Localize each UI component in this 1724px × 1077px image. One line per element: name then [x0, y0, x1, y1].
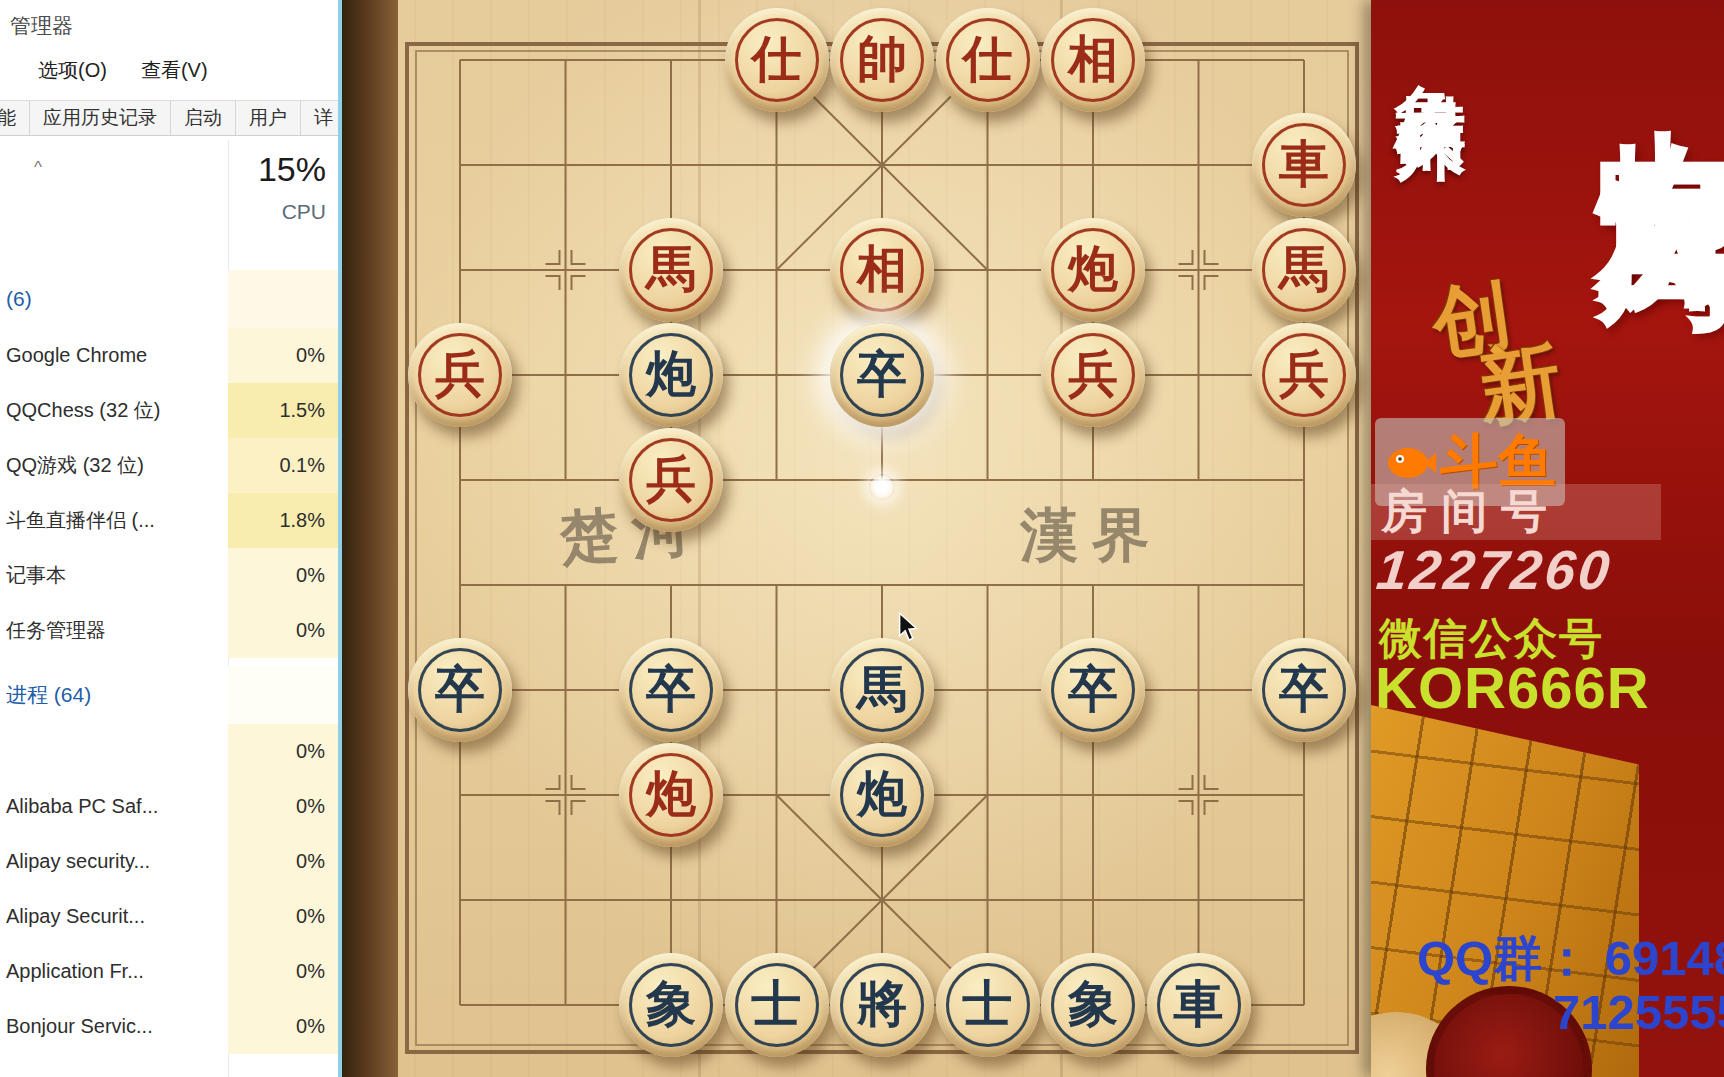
wechat-id: KOR666R	[1375, 654, 1650, 721]
cpu-cell: 0%	[228, 779, 338, 834]
process-row[interactable]: Application Fr...0%	[0, 944, 338, 999]
piece-red-兵[interactable]: 兵	[408, 323, 512, 427]
process-name: Bonjour Servic...	[0, 1015, 228, 1038]
piece-glyph: 象	[646, 979, 696, 1029]
screen: 楚河 漢界 仕帥仕相車馬相炮馬兵炮卒兵兵兵卒卒馬卒卒炮炮象士將士象車 管理器 选…	[0, 0, 1724, 1077]
piece-glyph: 馬	[857, 664, 907, 714]
cpu-cell: 0.1%	[228, 438, 338, 493]
cpu-value: 0%	[296, 960, 325, 983]
piece-glyph: 象	[1068, 979, 1118, 1029]
piece-ring: 炮	[1051, 228, 1135, 312]
piece-ring: 士	[946, 963, 1030, 1047]
piece-glyph: 將	[857, 979, 907, 1029]
piece-glyph: 仕	[752, 34, 802, 84]
sort-indicator-icon[interactable]: ^	[34, 158, 42, 178]
piece-ring: 卒	[840, 333, 924, 417]
tab-详[interactable]: 详	[301, 101, 338, 135]
process-name: QQChess (32 位)	[0, 397, 228, 424]
cpu-value: 1.8%	[279, 509, 325, 532]
menu-item[interactable]: 选项(O)	[38, 57, 107, 84]
piece-red-馬[interactable]: 馬	[1252, 218, 1356, 322]
piece-black-馬[interactable]: 馬	[830, 638, 934, 742]
process-row[interactable]: Alibaba PC Saf...0%	[0, 779, 338, 834]
piece-ring: 仕	[946, 18, 1030, 102]
piece-glyph: 帥	[857, 34, 907, 84]
piece-glyph: 車	[1279, 139, 1329, 189]
cpu-total-percent[interactable]: 15%	[228, 150, 326, 189]
piece-ring: 車	[1262, 123, 1346, 207]
cpu-value: 0.1%	[279, 454, 325, 477]
cpu-cell: 1.8%	[228, 493, 338, 548]
process-name: 记事本	[0, 562, 228, 589]
piece-glyph: 仕	[963, 34, 1013, 84]
piece-glyph: 兵	[435, 349, 485, 399]
ad-banner: 象棋大师 创 新 斗鱼 房间号 1227260 微信公众号 KOR666R 中炮…	[1371, 0, 1724, 1077]
process-row[interactable]: Alipay Securit...0%	[0, 889, 338, 944]
piece-glyph: 士	[963, 979, 1013, 1029]
piece-glyph: 馬	[1279, 244, 1329, 294]
cpu-cell	[228, 666, 338, 724]
piece-black-卒[interactable]: 卒	[408, 638, 512, 742]
process-row[interactable]: QQChess (32 位)1.5%	[0, 383, 338, 438]
cpu-cell: 0%	[228, 328, 338, 383]
tab-strip: 能应用历史记录启动用户详	[0, 100, 338, 136]
piece-glyph: 卒	[646, 664, 696, 714]
process-row[interactable]: Bonjour Servic...0%	[0, 999, 338, 1054]
cpu-cell: 0%	[228, 999, 338, 1054]
piece-ring: 將	[840, 963, 924, 1047]
piece-red-馬[interactable]: 馬	[619, 218, 723, 322]
piece-ring: 士	[735, 963, 819, 1047]
piece-glyph: 士	[752, 979, 802, 1029]
piece-ring: 兵	[418, 333, 502, 417]
process-row[interactable]: 记事本0%	[0, 548, 338, 603]
piece-glyph: 卒	[857, 349, 907, 399]
cpu-cell: 0%	[228, 548, 338, 603]
board-left-rail	[342, 0, 398, 1077]
piece-glyph: 炮	[646, 349, 696, 399]
piece-black-卒[interactable]: 卒	[830, 323, 934, 427]
cpu-cell: 0%	[228, 889, 338, 944]
process-name: (6)	[0, 287, 228, 311]
room-number: 1227260	[1374, 538, 1616, 602]
room-label: 房间号	[1371, 481, 1561, 543]
piece-ring: 卒	[1262, 648, 1346, 732]
piece-black-卒[interactable]: 卒	[1041, 638, 1145, 742]
cpu-value: 0%	[296, 619, 325, 642]
process-name: 斗鱼直播伴侣 (...	[0, 507, 228, 534]
process-name: 任务管理器	[0, 617, 228, 644]
river-label-han-jie: 漢界	[1020, 497, 1164, 575]
menu-item[interactable]: 查看(V)	[141, 57, 208, 84]
piece-glyph: 兵	[646, 454, 696, 504]
process-row[interactable]: 斗鱼直播伴侣 (...1.8%	[0, 493, 338, 548]
banner-opening-title: 中炮对屏风马	[1588, 8, 1724, 104]
piece-black-將[interactable]: 將	[830, 953, 934, 1057]
qq-group-line2: 7125555	[1553, 984, 1724, 1040]
piece-red-仕[interactable]: 仕	[936, 8, 1040, 112]
process-name: Google Chrome	[0, 344, 228, 367]
piece-black-士[interactable]: 士	[936, 953, 1040, 1057]
piece-ring: 車	[1157, 963, 1241, 1047]
piece-black-車[interactable]: 車	[1147, 953, 1251, 1057]
piece-ring: 帥	[840, 18, 924, 102]
piece-ring: 炮	[629, 753, 713, 837]
piece-glyph: 炮	[1068, 244, 1118, 294]
process-row[interactable]: Google Chrome0%	[0, 328, 338, 383]
process-name: Alipay Securit...	[0, 905, 228, 928]
cpu-value: 0%	[296, 344, 325, 367]
cpu-value: 0%	[296, 564, 325, 587]
piece-red-仕[interactable]: 仕	[725, 8, 829, 112]
piece-red-炮[interactable]: 炮	[619, 743, 723, 847]
cpu-value: 0%	[296, 905, 325, 928]
cpu-cell: 0%	[228, 944, 338, 999]
piece-black-炮[interactable]: 炮	[619, 323, 723, 427]
piece-red-帥[interactable]: 帥	[830, 8, 934, 112]
piece-ring: 象	[1051, 963, 1135, 1047]
process-name: 进程 (64)	[0, 681, 228, 709]
piece-black-卒[interactable]: 卒	[619, 638, 723, 742]
tab-能[interactable]: 能	[0, 101, 30, 135]
piece-glyph: 相	[857, 244, 907, 294]
process-group-header[interactable]: (6)	[0, 270, 338, 328]
cpu-cell	[228, 270, 338, 328]
process-group-header[interactable]: 进程 (64)	[0, 666, 338, 724]
piece-ring: 馬	[840, 648, 924, 732]
piece-red-相[interactable]: 相	[830, 218, 934, 322]
piece-ring: 相	[1051, 18, 1135, 102]
piece-red-相[interactable]: 相	[1041, 8, 1145, 112]
piece-black-炮[interactable]: 炮	[830, 743, 934, 847]
piece-ring: 象	[629, 963, 713, 1047]
piece-glyph: 馬	[646, 244, 696, 294]
piece-glyph: 兵	[1068, 349, 1118, 399]
board-grid	[338, 0, 1371, 1077]
piece-ring: 兵	[1051, 333, 1135, 417]
piece-glyph: 卒	[435, 664, 485, 714]
piece-ring: 仕	[735, 18, 819, 102]
piece-ring: 炮	[840, 753, 924, 837]
piece-ring: 卒	[1051, 648, 1135, 732]
menubar: 选项(O)查看(V)	[0, 52, 338, 88]
mouse-cursor	[896, 612, 922, 642]
piece-glyph: 兵	[1279, 349, 1329, 399]
piece-glyph: 卒	[1279, 664, 1329, 714]
cpu-cell: 0%	[228, 603, 338, 658]
process-name: Alipay security...	[0, 850, 228, 873]
banner-vertical-title: 象棋大师	[1383, 26, 1479, 66]
process-row[interactable]: 任务管理器0%	[0, 603, 338, 658]
piece-red-車[interactable]: 車	[1252, 113, 1356, 217]
piece-red-兵[interactable]: 兵	[619, 428, 723, 532]
task-manager-window: 管理器 选项(O)查看(V) 能应用历史记录启动用户详 ^ 15% CPU (6…	[0, 0, 338, 1077]
process-name: Application Fr...	[0, 960, 228, 983]
piece-black-象[interactable]: 象	[619, 953, 723, 1057]
piece-ring: 卒	[418, 648, 502, 732]
piece-ring: 卒	[629, 648, 713, 732]
process-name: Alibaba PC Saf...	[0, 795, 228, 818]
piece-ring: 兵	[629, 438, 713, 522]
tab-应用历史记录[interactable]: 应用历史记录	[30, 101, 171, 135]
piece-glyph: 相	[1068, 34, 1118, 84]
room-number-band: 房间号	[1371, 484, 1661, 540]
piece-ring: 馬	[629, 228, 713, 312]
process-list: (6)Google Chrome0%QQChess (32 位)1.5%QQ游戏…	[0, 270, 338, 1054]
cpu-cell: 0%	[228, 724, 338, 779]
qq-group-line1: QQ群： 6914810	[1417, 926, 1724, 992]
move-origin-marker	[869, 474, 895, 500]
piece-red-兵[interactable]: 兵	[1041, 323, 1145, 427]
piece-glyph: 車	[1174, 979, 1224, 1029]
xiangqi-board-area[interactable]: 楚河 漢界 仕帥仕相車馬相炮馬兵炮卒兵兵兵卒卒馬卒卒炮炮象士將士象車	[338, 0, 1371, 1077]
piece-ring: 相	[840, 228, 924, 312]
piece-black-士[interactable]: 士	[725, 953, 829, 1057]
process-row[interactable]: Alipay security...0%	[0, 834, 338, 889]
tab-用户[interactable]: 用户	[236, 101, 301, 135]
process-row[interactable]: QQ游戏 (32 位)0.1%	[0, 438, 338, 493]
cpu-column-header[interactable]: CPU	[228, 200, 326, 224]
piece-ring: 兵	[1262, 333, 1346, 417]
cpu-value: 0%	[296, 850, 325, 873]
piece-ring: 炮	[629, 333, 713, 417]
tab-启动[interactable]: 启动	[171, 101, 236, 135]
piece-glyph: 炮	[646, 769, 696, 819]
piece-glyph: 卒	[1068, 664, 1118, 714]
cpu-cell: 0%	[228, 834, 338, 889]
piece-glyph: 炮	[857, 769, 907, 819]
piece-red-炮[interactable]: 炮	[1041, 218, 1145, 322]
piece-red-兵[interactable]: 兵	[1252, 323, 1356, 427]
window-title: 管理器	[10, 12, 73, 40]
cpu-cell: 1.5%	[228, 383, 338, 438]
process-row[interactable]: 0%	[0, 724, 338, 779]
piece-ring: 馬	[1262, 228, 1346, 312]
cpu-value: 0%	[296, 740, 325, 763]
cpu-value: 0%	[296, 1015, 325, 1038]
piece-black-象[interactable]: 象	[1041, 953, 1145, 1057]
piece-black-卒[interactable]: 卒	[1252, 638, 1356, 742]
cpu-value: 1.5%	[279, 399, 325, 422]
cpu-value: 0%	[296, 795, 325, 818]
process-name: QQ游戏 (32 位)	[0, 452, 228, 479]
